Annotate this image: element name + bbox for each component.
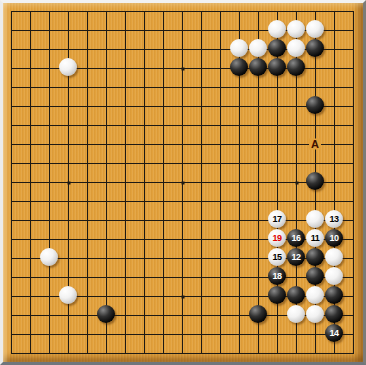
move-number: 19: [272, 234, 281, 243]
white-stone: [268, 20, 286, 38]
white-stone: [287, 305, 305, 323]
white-stone-move-15: 15: [268, 248, 286, 266]
black-stone: [249, 58, 267, 76]
white-stone: [59, 286, 77, 304]
move-number: 11: [311, 234, 320, 243]
black-stone: [230, 58, 248, 76]
move-number: 17: [272, 215, 281, 224]
black-stone: [306, 96, 324, 114]
hoshi-point: [181, 181, 184, 184]
black-stone-move-14: 14: [325, 324, 343, 342]
black-stone: [97, 305, 115, 323]
black-stone: [306, 172, 324, 190]
black-stone: [306, 248, 324, 266]
move-number: 12: [291, 253, 300, 262]
white-stone: [306, 286, 324, 304]
white-stone: [59, 58, 77, 76]
white-stone: [249, 39, 267, 57]
white-stone-move-11: 11: [306, 229, 324, 247]
black-stone: [306, 267, 324, 285]
white-stone: [40, 248, 58, 266]
white-stone: [306, 210, 324, 228]
go-board[interactable]: 17131916111015121814A: [3, 3, 363, 362]
white-stone: [325, 267, 343, 285]
black-stone-move-10: 10: [325, 229, 343, 247]
black-stone-move-16: 16: [287, 229, 305, 247]
hoshi-point: [181, 295, 184, 298]
white-stone: [306, 305, 324, 323]
white-stone: [230, 39, 248, 57]
hoshi-point: [67, 181, 70, 184]
move-number: 16: [291, 234, 300, 243]
black-stone: [268, 286, 286, 304]
black-stone: [268, 58, 286, 76]
white-stone: [306, 20, 324, 38]
white-stone: [325, 248, 343, 266]
white-stone-move-19: 19: [268, 229, 286, 247]
black-stone-move-12: 12: [287, 248, 305, 266]
hoshi-point: [181, 67, 184, 70]
black-stone: [325, 305, 343, 323]
white-stone: [287, 20, 305, 38]
black-stone: [287, 286, 305, 304]
black-stone: [268, 39, 286, 57]
move-number: 15: [272, 253, 281, 262]
black-stone-move-18: 18: [268, 267, 286, 285]
move-number: 18: [272, 272, 281, 281]
go-board-frame: 17131916111015121814A: [0, 0, 366, 365]
black-stone: [287, 58, 305, 76]
move-number: 10: [329, 234, 338, 243]
black-stone: [306, 39, 324, 57]
white-stone: [287, 39, 305, 57]
black-stone: [325, 286, 343, 304]
move-number: 14: [329, 329, 338, 338]
white-stone-move-13: 13: [325, 210, 343, 228]
hoshi-point: [295, 181, 298, 184]
black-stone: [249, 305, 267, 323]
annotation-label-A: A: [309, 139, 321, 150]
white-stone-move-17: 17: [268, 210, 286, 228]
move-number: 13: [329, 215, 338, 224]
